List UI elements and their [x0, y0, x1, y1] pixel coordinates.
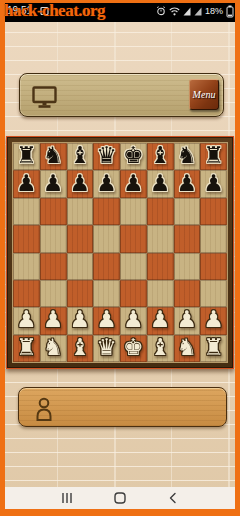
watermark-border-bottom	[0, 509, 240, 516]
status-time: 19:51	[7, 5, 32, 16]
square-d1[interactable]: ♛	[93, 335, 120, 362]
square-e3[interactable]	[120, 280, 147, 307]
white-pawn: ♟	[150, 308, 171, 331]
home-icon	[113, 491, 127, 505]
battery-percent: 18%	[205, 6, 223, 16]
menu-button-label: Menu	[193, 89, 216, 100]
square-g3[interactable]	[174, 280, 201, 307]
white-knight: ♞	[43, 336, 64, 359]
square-c5[interactable]	[67, 225, 94, 252]
black-pawn: ♟	[203, 172, 224, 195]
white-bishop: ♝	[70, 336, 91, 359]
square-c7[interactable]: ♟	[67, 170, 94, 197]
black-pawn: ♟	[16, 172, 37, 195]
square-a5[interactable]	[13, 225, 40, 252]
status-icons: 18%	[156, 0, 234, 22]
signal-icon	[183, 7, 191, 16]
black-pawn: ♟	[177, 172, 198, 195]
square-c1[interactable]: ♝	[67, 335, 94, 362]
square-f5[interactable]	[147, 225, 174, 252]
android-nav-bar	[0, 487, 240, 509]
square-f1[interactable]: ♝	[147, 335, 174, 362]
square-b3[interactable]	[40, 280, 67, 307]
square-b7[interactable]: ♟	[40, 170, 67, 197]
white-pawn: ♟	[123, 308, 144, 331]
square-h6[interactable]	[200, 198, 227, 225]
black-pawn: ♟	[70, 172, 91, 195]
home-button[interactable]	[111, 489, 129, 507]
black-knight: ♞	[177, 144, 198, 167]
square-g8[interactable]: ♞	[174, 143, 201, 170]
white-knight: ♞	[177, 336, 198, 359]
square-b5[interactable]	[40, 225, 67, 252]
alarm-icon	[156, 6, 166, 16]
white-pawn: ♟	[43, 308, 64, 331]
player-panel	[18, 387, 227, 427]
square-d6[interactable]	[93, 198, 120, 225]
square-e1[interactable]: ♚	[120, 335, 147, 362]
square-d3[interactable]	[93, 280, 120, 307]
square-d2[interactable]: ♟	[93, 307, 120, 334]
square-a6[interactable]	[13, 198, 40, 225]
square-b1[interactable]: ♞	[40, 335, 67, 362]
square-f3[interactable]	[147, 280, 174, 307]
white-rook: ♜	[16, 336, 37, 359]
square-h7[interactable]: ♟	[200, 170, 227, 197]
menu-button[interactable]: Menu	[189, 79, 219, 110]
square-e8[interactable]: ♚	[120, 143, 147, 170]
black-pawn: ♟	[123, 172, 144, 195]
square-g5[interactable]	[174, 225, 201, 252]
square-g6[interactable]	[174, 198, 201, 225]
recents-button[interactable]	[58, 489, 76, 507]
square-e2[interactable]: ♟	[120, 307, 147, 334]
square-g7[interactable]: ♟	[174, 170, 201, 197]
status-bar: 19:51 18%	[0, 0, 240, 22]
white-king: ♚	[123, 336, 144, 359]
black-bishop: ♝	[70, 144, 91, 167]
back-button[interactable]	[164, 489, 182, 507]
black-rook: ♜	[203, 144, 224, 167]
square-e7[interactable]: ♟	[120, 170, 147, 197]
wifi-icon	[169, 7, 180, 16]
chess-board: ♜♞♝♛♚♝♞♜♟♟♟♟♟♟♟♟♟♟♟♟♟♟♟♟♜♞♝♛♚♝♞♜	[6, 136, 234, 369]
square-h8[interactable]: ♜	[200, 143, 227, 170]
square-e6[interactable]	[120, 198, 147, 225]
square-a4[interactable]	[13, 253, 40, 280]
square-e5[interactable]	[120, 225, 147, 252]
square-f4[interactable]	[147, 253, 174, 280]
square-e4[interactable]	[120, 253, 147, 280]
square-c4[interactable]	[67, 253, 94, 280]
battery-icon	[226, 5, 234, 18]
square-f7[interactable]: ♟	[147, 170, 174, 197]
square-a1[interactable]: ♜	[13, 335, 40, 362]
square-g2[interactable]: ♟	[174, 307, 201, 334]
white-pawn: ♟	[96, 308, 117, 331]
square-h3[interactable]	[200, 280, 227, 307]
square-a8[interactable]: ♜	[13, 143, 40, 170]
black-pawn: ♟	[150, 172, 171, 195]
square-g4[interactable]	[174, 253, 201, 280]
square-b6[interactable]	[40, 198, 67, 225]
square-c6[interactable]	[67, 198, 94, 225]
square-h5[interactable]	[200, 225, 227, 252]
signal-icon	[194, 7, 202, 16]
black-bishop: ♝	[150, 144, 171, 167]
square-a7[interactable]: ♟	[13, 170, 40, 197]
black-knight: ♞	[43, 144, 64, 167]
square-f6[interactable]	[147, 198, 174, 225]
phone-screen: 19:51 18%	[0, 0, 240, 516]
black-pawn: ♟	[43, 172, 64, 195]
back-icon	[166, 491, 180, 505]
white-queen: ♛	[96, 336, 117, 359]
black-pawn: ♟	[96, 172, 117, 195]
black-king: ♚	[123, 144, 144, 167]
square-h1[interactable]: ♜	[200, 335, 227, 362]
white-pawn: ♟	[177, 308, 198, 331]
square-g1[interactable]: ♞	[174, 335, 201, 362]
chess-board-grid: ♜♞♝♛♚♝♞♜♟♟♟♟♟♟♟♟♟♟♟♟♟♟♟♟♜♞♝♛♚♝♞♜	[13, 143, 227, 362]
white-pawn: ♟	[16, 308, 37, 331]
recents-icon	[60, 491, 74, 505]
monitor-icon	[32, 86, 58, 109]
black-rook: ♜	[16, 144, 37, 167]
square-h4[interactable]	[200, 253, 227, 280]
square-d7[interactable]: ♟	[93, 170, 120, 197]
square-b2[interactable]: ♟	[40, 307, 67, 334]
square-h2[interactable]: ♟	[200, 307, 227, 334]
notification-icon	[40, 6, 49, 16]
square-d8[interactable]: ♛	[93, 143, 120, 170]
square-c8[interactable]: ♝	[67, 143, 94, 170]
black-queen: ♛	[96, 144, 117, 167]
square-f2[interactable]: ♟	[147, 307, 174, 334]
white-pawn: ♟	[70, 308, 91, 331]
square-c2[interactable]: ♟	[67, 307, 94, 334]
opponent-panel: Menu	[19, 73, 224, 117]
white-bishop: ♝	[150, 336, 171, 359]
square-d4[interactable]	[93, 253, 120, 280]
square-d5[interactable]	[93, 225, 120, 252]
white-pawn: ♟	[203, 308, 224, 331]
square-c3[interactable]	[67, 280, 94, 307]
person-icon	[33, 396, 55, 422]
white-rook: ♜	[203, 336, 224, 359]
square-b4[interactable]	[40, 253, 67, 280]
square-a2[interactable]: ♟	[13, 307, 40, 334]
square-b8[interactable]: ♞	[40, 143, 67, 170]
square-a3[interactable]	[13, 280, 40, 307]
square-f8[interactable]: ♝	[147, 143, 174, 170]
